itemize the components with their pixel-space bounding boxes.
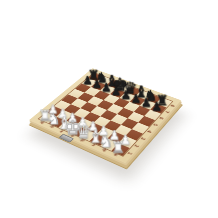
piece-black-pawn[interactable]: ♟ bbox=[141, 97, 152, 109]
piece-black-pawn[interactable]: ♟ bbox=[110, 85, 120, 97]
piece-white-rook[interactable]: ♜ bbox=[111, 139, 125, 155]
piece-black-pawn[interactable]: ♟ bbox=[120, 89, 130, 101]
piece-black-pawn[interactable]: ♟ bbox=[130, 93, 141, 105]
chess-board: ♜♞♝♚♛♝♞♜♟♟♟♟♟♟♟♟♟♟♟♟♟♟♟♟♜♞♝♚♛♝♞♜ hgfedcb… bbox=[29, 68, 181, 163]
board-grid: ♜♞♝♚♛♝♞♜♟♟♟♟♟♟♟♟♟♟♟♟♟♟♟♟♜♞♝♚♛♝♞♜ bbox=[39, 73, 172, 156]
rank-label-8: 8 bbox=[165, 102, 179, 109]
piece-black-pawn[interactable]: ♟ bbox=[91, 78, 101, 89]
piece-black-pawn[interactable]: ♟ bbox=[151, 101, 162, 113]
chess-set-photo: ♜♞♝♚♛♝♞♜♟♟♟♟♟♟♟♟♟♟♟♟♟♟♟♟♜♞♝♚♛♝♞♜ hgfedcb… bbox=[0, 0, 218, 218]
piece-black-pawn[interactable]: ♟ bbox=[82, 75, 92, 86]
board-perspective-wrapper: ♜♞♝♚♛♝♞♜♟♟♟♟♟♟♟♟♟♟♟♟♟♟♟♟♜♞♝♚♛♝♞♜ hgfedcb… bbox=[29, 68, 181, 163]
piece-black-pawn[interactable]: ♟ bbox=[101, 82, 111, 93]
